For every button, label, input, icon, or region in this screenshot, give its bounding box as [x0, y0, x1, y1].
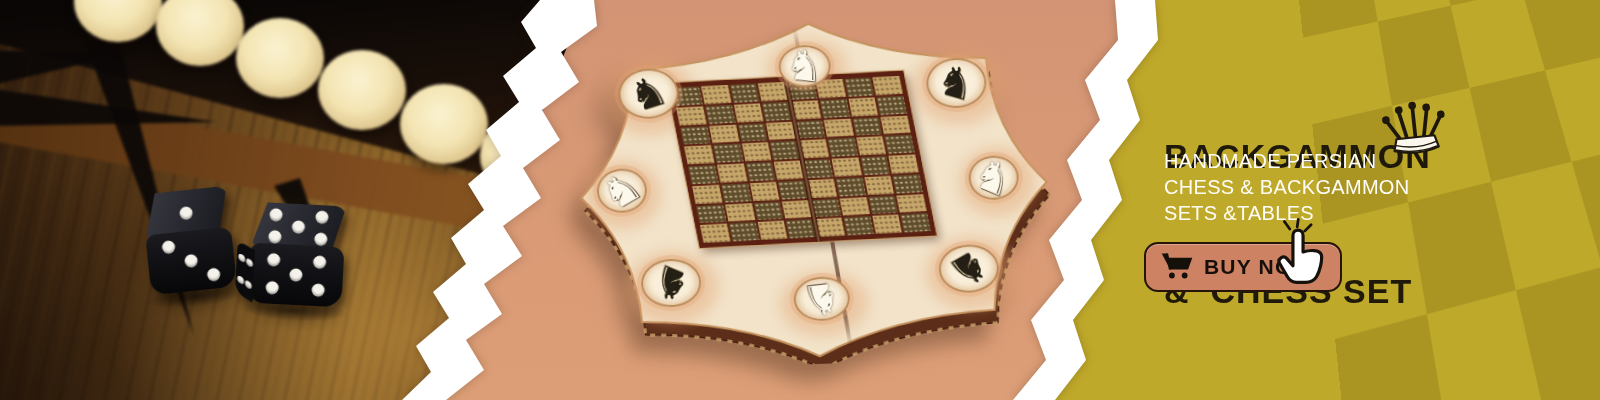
banner-subtitle: HANDMADE PERSIAN CHESS & BACKGAMMON SETS…	[1164, 148, 1409, 226]
chess-square	[741, 142, 771, 161]
chess-square	[889, 154, 919, 173]
horse-rider-motif: ♞	[801, 276, 843, 322]
chess-square	[852, 117, 882, 136]
chess-square	[823, 118, 853, 137]
horse-rider-motif: ♞	[646, 256, 697, 309]
chess-square	[701, 85, 731, 104]
horse-rider-motif: ♞	[932, 58, 980, 109]
chess-square	[753, 201, 783, 220]
chess-square	[856, 136, 886, 155]
die-pip	[184, 254, 198, 268]
die-pip	[289, 268, 303, 282]
die	[141, 186, 237, 295]
chess-square	[835, 177, 865, 196]
die-pip	[162, 240, 176, 254]
chess-square	[827, 138, 857, 157]
chess-square	[848, 97, 878, 116]
die-pip	[266, 281, 280, 295]
cart-icon	[1160, 251, 1194, 283]
subtitle-line-1: HANDMADE PERSIAN	[1164, 148, 1409, 174]
horse-rider-motif: ♞	[784, 43, 826, 89]
chess-square	[900, 213, 930, 232]
chess-square	[733, 103, 763, 122]
chess-square	[757, 221, 787, 240]
chess-square	[843, 216, 873, 235]
chess-square	[868, 195, 898, 214]
die-pip	[311, 284, 325, 298]
chess-square	[839, 197, 869, 216]
chess-square	[688, 165, 718, 184]
promo-banner: ♞♞♞♞♞♞♞♞ BACKGAMMON & CHESS SET HANDMADE…	[0, 0, 1600, 400]
chess-square	[873, 76, 903, 95]
chess-square	[737, 123, 767, 142]
persian-tray: ♞♞♞♞♞♞♞♞	[546, 7, 1082, 373]
die-pip	[267, 253, 281, 267]
backgammon-photo	[0, 0, 600, 400]
die-pip	[268, 230, 282, 244]
chess-square	[844, 77, 874, 96]
die-pip	[206, 267, 220, 281]
medallion-bottom-edge: ♞	[793, 276, 851, 322]
chess-square	[680, 126, 710, 145]
chess-square	[717, 163, 747, 182]
chess-square	[881, 115, 911, 134]
chess-square	[864, 175, 894, 194]
hand-cursor-click-icon	[1262, 218, 1326, 304]
die-pip	[244, 279, 251, 290]
chess-square	[676, 106, 706, 125]
chessboard-grid	[666, 71, 937, 248]
chess-square	[749, 181, 779, 200]
die-pip	[237, 275, 244, 286]
dice-group	[0, 0, 600, 400]
die-pip	[292, 220, 306, 234]
chess-square	[705, 105, 735, 124]
chess-square	[700, 224, 730, 243]
chess-square	[831, 157, 861, 176]
chess-square	[696, 204, 726, 223]
subtitle-line-2: CHESS & BACKGAMMON	[1164, 174, 1409, 200]
chess-square	[729, 83, 759, 102]
chess-square	[897, 194, 927, 213]
chess-square	[893, 174, 923, 193]
chess-square	[872, 215, 902, 234]
medallion-left-edge: ♞	[596, 168, 648, 214]
chess-square	[725, 203, 755, 222]
die-pip	[315, 210, 329, 224]
die-pip	[246, 256, 253, 267]
chess-square	[713, 144, 743, 163]
die-pip	[270, 208, 284, 222]
chess-square	[684, 145, 714, 164]
chess-square	[729, 222, 759, 241]
chess-square	[885, 135, 915, 154]
die-pip	[314, 232, 328, 246]
horse-rider-motif: ♞	[624, 68, 672, 119]
die-pip	[312, 255, 326, 269]
chess-square	[721, 183, 751, 202]
chess-square	[877, 96, 907, 115]
chess-square	[692, 185, 722, 204]
die-pip	[239, 252, 246, 263]
die-pip	[179, 206, 193, 220]
chess-square	[709, 124, 739, 143]
die	[247, 202, 346, 308]
chess-square	[819, 99, 849, 118]
chess-square	[745, 162, 775, 181]
chess-square	[860, 156, 890, 175]
